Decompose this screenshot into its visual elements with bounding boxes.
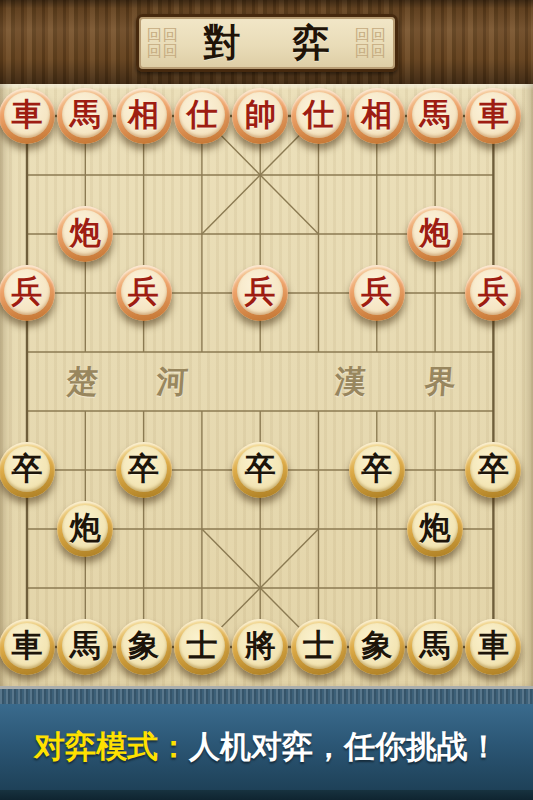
piece-face: 炮: [62, 505, 108, 551]
piece-black-horse[interactable]: 馬: [407, 619, 463, 675]
spiral-ornament-icon: 回: [147, 27, 163, 43]
board-grid: [0, 84, 533, 686]
piece-face: 相: [121, 92, 167, 138]
title-char-dui: 對: [204, 18, 241, 68]
piece-character: 車: [478, 99, 509, 130]
piece-black-horse[interactable]: 馬: [57, 619, 113, 675]
spiral-ornament-icon: 回: [371, 27, 387, 43]
piece-face: 馬: [412, 623, 458, 669]
title-plaque: 回回回回 對 弈 回回回回: [136, 14, 398, 72]
spiral-ornament-icon: 回: [147, 43, 163, 59]
piece-black-chariot[interactable]: 車: [465, 619, 521, 675]
piece-black-soldier[interactable]: 卒: [232, 442, 288, 498]
piece-red-chariot[interactable]: 車: [465, 88, 521, 144]
footer-texture-strip: [0, 689, 533, 704]
piece-face: 車: [470, 623, 516, 669]
spiral-ornament-icon: 回: [163, 43, 179, 59]
footer-bottom-strip: [0, 790, 533, 800]
piece-character: 仕: [186, 99, 217, 130]
piece-character: 帥: [245, 99, 276, 130]
piece-character: 將: [245, 630, 276, 661]
piece-face: 卒: [4, 446, 50, 492]
piece-black-elephant[interactable]: 象: [349, 619, 405, 675]
piece-character: 兵: [12, 276, 43, 307]
piece-character: 象: [361, 630, 392, 661]
piece-face: 兵: [354, 269, 400, 315]
piece-face: 兵: [470, 269, 516, 315]
piece-black-elephant[interactable]: 象: [116, 619, 172, 675]
piece-face: 士: [179, 623, 225, 669]
piece-black-cannon[interactable]: 炮: [57, 501, 113, 557]
piece-red-horse[interactable]: 馬: [57, 88, 113, 144]
piece-character: 車: [12, 630, 43, 661]
piece-face: 象: [121, 623, 167, 669]
piece-red-chariot[interactable]: 車: [0, 88, 55, 144]
piece-black-cannon[interactable]: 炮: [407, 501, 463, 557]
piece-character: 卒: [245, 453, 276, 484]
piece-character: 兵: [478, 276, 509, 307]
piece-face: 帥: [237, 92, 283, 138]
piece-face: 馬: [62, 92, 108, 138]
piece-red-elephant[interactable]: 相: [116, 88, 172, 144]
piece-character: 相: [128, 99, 159, 130]
piece-character: 卒: [128, 453, 159, 484]
piece-face: 卒: [470, 446, 516, 492]
piece-character: 炮: [70, 512, 101, 543]
piece-black-soldier[interactable]: 卒: [0, 442, 55, 498]
piece-face: 車: [4, 623, 50, 669]
piece-face: 馬: [412, 92, 458, 138]
piece-character: 炮: [70, 217, 101, 248]
piece-character: 車: [12, 99, 43, 130]
piece-face: 卒: [121, 446, 167, 492]
piece-face: 兵: [237, 269, 283, 315]
piece-face: 兵: [121, 269, 167, 315]
piece-character: 卒: [12, 453, 43, 484]
piece-character: 卒: [478, 453, 509, 484]
piece-character: 兵: [361, 276, 392, 307]
piece-character: 仕: [303, 99, 334, 130]
piece-red-soldier[interactable]: 兵: [465, 265, 521, 321]
piece-black-soldier[interactable]: 卒: [465, 442, 521, 498]
piece-face: 將: [237, 623, 283, 669]
piece-red-cannon[interactable]: 炮: [407, 206, 463, 262]
piece-character: 馬: [70, 99, 101, 130]
plaque-ornament-right: 回回回回: [355, 27, 387, 59]
piece-character: 兵: [245, 276, 276, 307]
piece-red-advisor[interactable]: 仕: [291, 88, 347, 144]
spiral-ornament-icon: 回: [355, 27, 371, 43]
piece-face: 士: [296, 623, 342, 669]
mode-label: 对弈模式：: [34, 726, 189, 768]
piece-black-advisor[interactable]: 士: [174, 619, 230, 675]
piece-face: 炮: [62, 210, 108, 256]
piece-red-cannon[interactable]: 炮: [57, 206, 113, 262]
piece-face: 卒: [237, 446, 283, 492]
xiangqi-board[interactable]: 楚 河 漢 界 車馬相仕帥仕相馬車炮炮兵兵兵兵兵卒卒卒卒卒炮炮車馬象士將士象馬車: [0, 84, 533, 686]
piece-red-soldier[interactable]: 兵: [0, 265, 55, 321]
plaque-ornament-left: 回回回回: [147, 27, 179, 59]
mode-description: 人机对弈，任你挑战！: [189, 726, 499, 768]
piece-face: 炮: [412, 210, 458, 256]
piece-face: 仕: [296, 92, 342, 138]
piece-character: 馬: [420, 99, 451, 130]
mode-banner: 对弈模式：人机对弈，任你挑战！: [0, 704, 533, 790]
piece-character: 馬: [70, 630, 101, 661]
title-char-yi: 弈: [293, 18, 330, 68]
piece-face: 卒: [354, 446, 400, 492]
piece-face: 炮: [412, 505, 458, 551]
spiral-ornament-icon: 回: [163, 27, 179, 43]
piece-black-soldier[interactable]: 卒: [349, 442, 405, 498]
piece-face: 車: [470, 92, 516, 138]
footer: 对弈模式：人机对弈，任你挑战！: [0, 686, 533, 800]
piece-character: 卒: [361, 453, 392, 484]
piece-red-horse[interactable]: 馬: [407, 88, 463, 144]
wooden-header: 回回回回 對 弈 回回回回: [0, 0, 533, 84]
piece-face: 仕: [179, 92, 225, 138]
piece-character: 象: [128, 630, 159, 661]
piece-red-elephant[interactable]: 相: [349, 88, 405, 144]
piece-black-general[interactable]: 將: [232, 619, 288, 675]
piece-character: 士: [303, 630, 334, 661]
spiral-ornament-icon: 回: [355, 43, 371, 59]
piece-red-soldier[interactable]: 兵: [116, 265, 172, 321]
piece-red-soldier[interactable]: 兵: [232, 265, 288, 321]
page-title: 對 弈: [204, 18, 330, 68]
piece-face: 兵: [4, 269, 50, 315]
piece-character: 相: [361, 99, 392, 130]
piece-face: 馬: [62, 623, 108, 669]
piece-black-advisor[interactable]: 士: [291, 619, 347, 675]
piece-character: 兵: [128, 276, 159, 307]
piece-character: 馬: [420, 630, 451, 661]
piece-face: 相: [354, 92, 400, 138]
piece-character: 炮: [420, 512, 451, 543]
piece-character: 車: [478, 630, 509, 661]
piece-red-advisor[interactable]: 仕: [174, 88, 230, 144]
spiral-ornament-icon: 回: [371, 43, 387, 59]
piece-character: 炮: [420, 217, 451, 248]
piece-face: 車: [4, 92, 50, 138]
piece-black-soldier[interactable]: 卒: [116, 442, 172, 498]
piece-face: 象: [354, 623, 400, 669]
piece-character: 士: [186, 630, 217, 661]
piece-red-general[interactable]: 帥: [232, 88, 288, 144]
piece-red-soldier[interactable]: 兵: [349, 265, 405, 321]
piece-black-chariot[interactable]: 車: [0, 619, 55, 675]
